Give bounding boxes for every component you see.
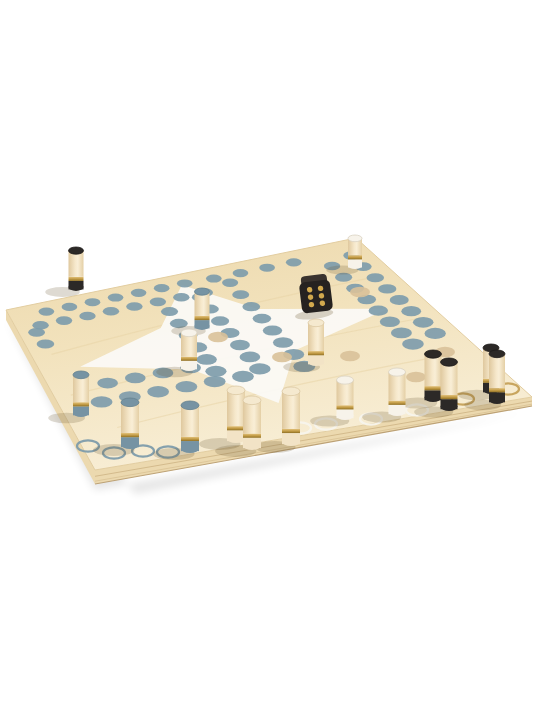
peg-base [121, 437, 139, 447]
peg-base [73, 406, 89, 415]
track-dot [402, 338, 424, 349]
track-dot [230, 340, 250, 350]
track-dot [205, 366, 226, 377]
peg-top [69, 247, 84, 254]
peg-top [243, 396, 261, 405]
track-dot [147, 386, 169, 397]
track-dot [175, 381, 197, 392]
peg-base [425, 390, 442, 400]
peg-gold-ring [121, 433, 139, 437]
peg-base [337, 409, 354, 418]
peg-gold-ring [243, 434, 261, 438]
track-dot [196, 354, 216, 365]
track-dot [232, 371, 254, 382]
track-dot [367, 273, 384, 282]
track-dot [108, 293, 124, 301]
peg-gold-ring [308, 351, 324, 355]
peg-body [181, 405, 199, 437]
track-dot [232, 290, 249, 299]
track-dot [242, 302, 260, 311]
track-dot [222, 279, 238, 287]
peg-base [389, 405, 406, 414]
peg-body [227, 390, 245, 426]
accent-dot [208, 332, 228, 342]
peg-body [243, 400, 261, 433]
track-dot [125, 373, 146, 384]
accent-dot [406, 372, 426, 382]
track-dot [150, 298, 166, 307]
ludo-board-photo [0, 0, 540, 720]
peg-gold-ring [195, 316, 210, 320]
track-dot [206, 274, 222, 282]
track-dot [39, 308, 55, 316]
peg-body [441, 362, 458, 395]
peg-top [337, 376, 354, 384]
peg-top [489, 350, 505, 358]
peg-base [243, 438, 261, 448]
track-dot [28, 328, 45, 337]
peg-gold-ring [181, 357, 197, 361]
peg-base [195, 320, 210, 328]
track-dot [97, 378, 118, 389]
track-dot [263, 326, 282, 336]
track-dot [56, 316, 72, 325]
peg-gold-ring [348, 255, 362, 259]
peg-top [195, 288, 210, 295]
track-dot [173, 293, 189, 302]
track-dot [37, 339, 55, 348]
peg-base [282, 433, 300, 444]
peg-base [308, 355, 324, 364]
peg-gold-ring [282, 429, 300, 433]
track-dot [259, 264, 275, 272]
peg-top [389, 368, 406, 376]
peg-top [441, 358, 458, 366]
peg-top [282, 387, 300, 396]
peg-gold-ring [425, 386, 442, 390]
peg-gold-ring [69, 277, 84, 281]
peg-gold-ring [389, 401, 406, 405]
peg-top [308, 319, 324, 327]
accent-dot [340, 351, 360, 361]
peg-top [181, 329, 197, 337]
track-dot [204, 376, 226, 387]
track-dot [240, 352, 261, 363]
peg-base [69, 281, 84, 290]
accent-dot [272, 352, 292, 362]
track-dot [126, 302, 142, 311]
die-front-face [299, 279, 334, 314]
track-dot [154, 284, 170, 292]
track-dot [211, 316, 229, 325]
peg-gold-ring [181, 437, 199, 441]
track-dot [253, 314, 272, 324]
peg-body [282, 391, 300, 429]
track-dot [401, 306, 421, 316]
peg-top [181, 401, 199, 410]
peg-base [441, 399, 458, 409]
peg-top [348, 235, 362, 242]
peg-base [227, 430, 245, 441]
track-dot [103, 307, 119, 316]
track-dot [249, 363, 271, 374]
peg-gold-ring [489, 388, 505, 392]
track-dot [413, 317, 434, 328]
peg-gold-ring [227, 426, 245, 430]
peg-gold-ring [73, 402, 89, 406]
accent-dot [350, 287, 370, 297]
peg-base [181, 441, 199, 451]
peg-base [489, 392, 505, 402]
track-dot [131, 289, 147, 297]
peg-base [181, 361, 197, 369]
track-dot [233, 269, 249, 277]
track-dot [369, 306, 388, 316]
track-dot [79, 312, 95, 321]
peg-body [489, 354, 505, 388]
track-dot [378, 284, 396, 293]
peg-top [121, 398, 139, 407]
peg-gold-ring [441, 395, 458, 399]
track-dot [177, 279, 193, 287]
track-dot [286, 258, 302, 266]
product-photo-stage [0, 0, 540, 720]
track-dot [85, 298, 101, 306]
track-dot [425, 328, 446, 339]
track-dot [62, 303, 78, 311]
peg-top [227, 386, 245, 395]
track-dot [380, 317, 400, 327]
track-dot [390, 295, 409, 305]
track-dot [91, 396, 113, 407]
track-dot [391, 327, 412, 338]
track-dot [273, 337, 293, 348]
peg-base [348, 259, 362, 267]
peg-body [425, 354, 442, 386]
track-dot [161, 307, 178, 316]
peg-top [425, 350, 442, 358]
peg-gold-ring [337, 405, 354, 409]
peg-top [73, 371, 89, 379]
